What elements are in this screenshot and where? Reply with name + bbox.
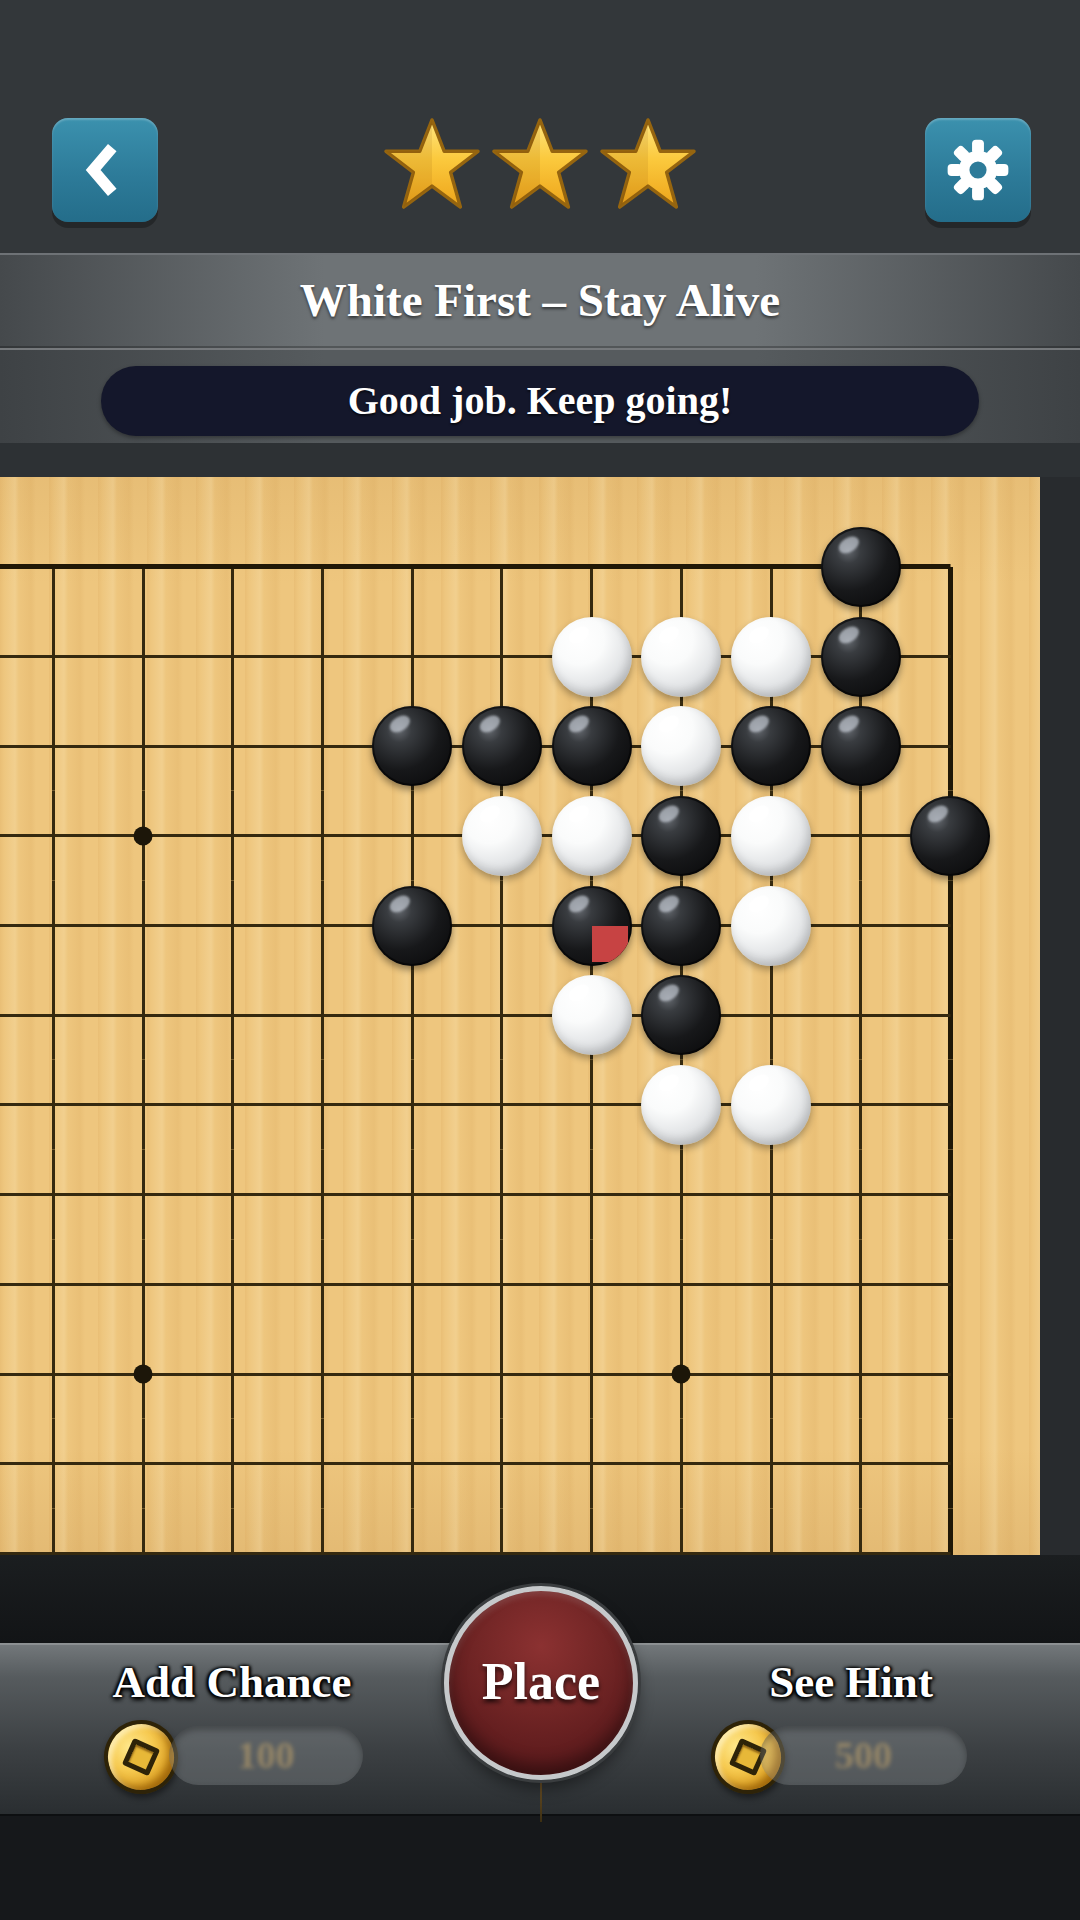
stars <box>382 117 698 211</box>
stone-shine <box>925 802 951 826</box>
board-intersection[interactable] <box>637 612 727 702</box>
board-intersection[interactable] <box>367 970 457 1060</box>
message-bar: Good job. Keep going! <box>0 348 1080 445</box>
board-intersection[interactable] <box>726 1509 816 1555</box>
board-intersection[interactable] <box>188 1240 278 1330</box>
board-intersection[interactable] <box>906 1150 996 1240</box>
board-intersection[interactable] <box>816 1329 906 1419</box>
board-intersection[interactable] <box>906 701 996 791</box>
message-text: Good job. Keep going! <box>101 366 979 436</box>
board-intersection[interactable] <box>726 881 816 971</box>
board-intersection[interactable] <box>367 1509 457 1555</box>
board-intersection[interactable] <box>547 970 637 1060</box>
board-intersection[interactable] <box>367 1060 457 1150</box>
board-intersection[interactable] <box>0 1419 9 1509</box>
black-stone <box>641 975 721 1055</box>
board-intersection[interactable] <box>906 970 996 1060</box>
board-intersection[interactable] <box>367 881 457 971</box>
board-intersection[interactable] <box>906 1509 996 1555</box>
board-intersection[interactable] <box>547 1509 637 1555</box>
board-intersection[interactable] <box>637 1419 727 1509</box>
board-intersection[interactable] <box>367 791 457 881</box>
board-intersection[interactable] <box>816 970 906 1060</box>
board-intersection[interactable] <box>637 970 727 1060</box>
board-intersection[interactable] <box>278 1060 368 1150</box>
board-intersection[interactable] <box>906 522 996 612</box>
stone-shine <box>835 713 861 737</box>
back-button[interactable] <box>52 118 158 222</box>
add-chance-cost: 100 <box>169 1726 363 1785</box>
board-intersection[interactable] <box>726 1419 816 1509</box>
board-intersection[interactable] <box>906 791 996 881</box>
gear-icon <box>945 137 1011 203</box>
board-top-gap <box>0 443 1080 477</box>
star-point-dot <box>672 1365 691 1384</box>
add-chance-button[interactable]: Add Chance 100 <box>60 1650 404 1810</box>
board-intersection[interactable] <box>547 701 637 791</box>
white-stone <box>552 796 632 876</box>
back-chevron-icon <box>72 137 138 203</box>
board-intersection[interactable] <box>457 1509 547 1555</box>
top-bar <box>0 0 1080 253</box>
board-intersection[interactable] <box>547 612 637 702</box>
board-intersection[interactable] <box>9 970 99 1060</box>
board-intersection[interactable] <box>98 701 188 791</box>
board-intersection[interactable] <box>9 1329 99 1419</box>
board-intersection[interactable] <box>188 970 278 1060</box>
black-stone <box>821 527 901 607</box>
last-move-marker <box>592 926 629 963</box>
board-intersection[interactable] <box>367 522 457 612</box>
board-intersection[interactable] <box>0 881 9 971</box>
board-intersection[interactable] <box>637 1240 727 1330</box>
board-intersection[interactable] <box>457 1419 547 1509</box>
board-intersection[interactable] <box>816 701 906 791</box>
board-intersection[interactable] <box>367 1419 457 1509</box>
board-intersection[interactable] <box>98 881 188 971</box>
board-intersection[interactable] <box>816 881 906 971</box>
board-intersection[interactable] <box>637 701 727 791</box>
stone-shine <box>387 892 413 916</box>
stone-shine <box>566 982 592 1006</box>
star-point-dot <box>134 1365 153 1384</box>
board-intersection[interactable] <box>0 1509 9 1555</box>
board-intersection[interactable] <box>98 970 188 1060</box>
board-intersection[interactable] <box>98 791 188 881</box>
white-stone <box>731 886 811 966</box>
white-stone <box>552 617 632 697</box>
board-intersection[interactable] <box>726 522 816 612</box>
board-intersection[interactable] <box>457 1060 547 1150</box>
black-stone <box>462 706 542 786</box>
board-intersection[interactable] <box>637 1150 727 1240</box>
board-intersection[interactable] <box>637 881 727 971</box>
board-intersection[interactable] <box>726 970 816 1060</box>
message-pill: Good job. Keep going! <box>101 366 979 436</box>
board-intersection[interactable] <box>457 701 547 791</box>
black-stone <box>641 796 721 876</box>
white-stone <box>462 796 542 876</box>
board-intersection[interactable] <box>278 881 368 971</box>
board-intersection[interactable] <box>278 1509 368 1555</box>
board-intersection[interactable] <box>188 881 278 971</box>
white-stone <box>731 1065 811 1145</box>
stone-shine <box>746 1072 772 1096</box>
stone-shine <box>566 892 592 916</box>
stone-shine <box>656 892 682 916</box>
board-intersection[interactable] <box>188 522 278 612</box>
board-intersection[interactable] <box>9 701 99 791</box>
see-hint-label: See Hint <box>679 1656 1023 1708</box>
board-intersection[interactable] <box>547 791 637 881</box>
board-intersection[interactable] <box>457 612 547 702</box>
stone-shine <box>835 533 861 557</box>
board-intersection[interactable] <box>188 612 278 702</box>
stone-shine <box>387 713 413 737</box>
go-board <box>0 477 1080 1555</box>
board-intersection[interactable] <box>637 1329 727 1419</box>
board-intersection[interactable] <box>9 1509 99 1555</box>
board-intersection[interactable] <box>906 1419 996 1509</box>
white-stone <box>731 617 811 697</box>
board-intersection[interactable] <box>278 1150 368 1240</box>
board-intersection[interactable] <box>726 1150 816 1240</box>
white-stone <box>731 796 811 876</box>
board-intersection[interactable] <box>906 1329 996 1419</box>
board-intersection[interactable] <box>367 1150 457 1240</box>
white-stone <box>641 1065 721 1145</box>
title-bar: White First – Stay Alive <box>0 253 1080 348</box>
board-intersection[interactable] <box>278 1419 368 1509</box>
board-intersection[interactable] <box>816 791 906 881</box>
black-stone <box>910 796 990 876</box>
star-icon <box>382 117 482 211</box>
board-intersection[interactable] <box>457 970 547 1060</box>
board-intersection[interactable] <box>0 612 9 702</box>
app-screen: White First – Stay Alive Good job. Keep … <box>0 0 1080 1920</box>
see-hint-button[interactable]: See Hint 500 <box>679 1650 1023 1810</box>
black-stone <box>641 886 721 966</box>
board-intersection[interactable] <box>547 1240 637 1330</box>
board-intersection[interactable] <box>457 1240 547 1330</box>
stone-shine <box>656 623 682 647</box>
white-stone <box>641 706 721 786</box>
black-stone <box>821 706 901 786</box>
board-intersection[interactable] <box>726 612 816 702</box>
board-intersection[interactable] <box>9 522 99 612</box>
board-intersection[interactable] <box>0 522 9 612</box>
board-intersection[interactable] <box>188 791 278 881</box>
board-intersection[interactable] <box>98 1150 188 1240</box>
stone-shine <box>746 713 772 737</box>
board-intersection[interactable] <box>816 612 906 702</box>
board-intersection[interactable] <box>278 1240 368 1330</box>
board-intersection[interactable] <box>0 1060 9 1150</box>
see-hint-cost-pill: 500 <box>760 1726 967 1785</box>
see-hint-cost: 500 <box>760 1726 967 1785</box>
board-intersection[interactable] <box>9 881 99 971</box>
board-intersection[interactable] <box>188 1509 278 1555</box>
board-intersection[interactable] <box>816 1509 906 1555</box>
add-chance-label: Add Chance <box>60 1656 404 1708</box>
board-intersection[interactable] <box>547 1150 637 1240</box>
board-intersection[interactable] <box>726 1240 816 1330</box>
board-intersection[interactable] <box>188 1150 278 1240</box>
board-intersection[interactable] <box>367 612 457 702</box>
board-intersection[interactable] <box>9 1060 99 1150</box>
stone-shine <box>477 802 503 826</box>
board-intersection[interactable] <box>367 1240 457 1330</box>
white-stone <box>552 975 632 1055</box>
board-intersection[interactable] <box>726 701 816 791</box>
add-chance-cost-pill: 100 <box>169 1726 363 1785</box>
board-intersection[interactable] <box>278 791 368 881</box>
board-intersection[interactable] <box>9 1240 99 1330</box>
white-stone <box>641 617 721 697</box>
stone-shine <box>835 623 861 647</box>
black-stone <box>552 706 632 786</box>
stone-shine <box>746 623 772 647</box>
board-intersection[interactable] <box>98 1509 188 1555</box>
stone-shine <box>656 982 682 1006</box>
bottom-strip <box>0 1814 1080 1920</box>
board-intersection[interactable] <box>816 1240 906 1330</box>
black-stone <box>372 886 452 966</box>
board-intersection[interactable] <box>0 1240 9 1330</box>
stone-shine <box>746 802 772 826</box>
board-intersection[interactable] <box>278 612 368 702</box>
board-intersection[interactable] <box>0 1150 9 1240</box>
board-intersection[interactable] <box>906 612 996 702</box>
stone-shine <box>656 713 682 737</box>
board-intersection[interactable] <box>637 1509 727 1555</box>
board-intersection[interactable] <box>457 522 547 612</box>
place-button[interactable]: Place <box>444 1586 638 1780</box>
board-intersection[interactable] <box>98 522 188 612</box>
stone-shine <box>566 713 592 737</box>
board-intersection[interactable] <box>547 881 637 971</box>
board-intersection[interactable] <box>726 791 816 881</box>
star-icon <box>490 117 590 211</box>
stone-shine <box>656 802 682 826</box>
board-intersection[interactable] <box>547 1329 637 1419</box>
board-intersection[interactable] <box>98 612 188 702</box>
board-intersection[interactable] <box>367 701 457 791</box>
stone-shine <box>566 623 592 647</box>
board-intersection[interactable] <box>547 1419 637 1509</box>
board-intersection[interactable] <box>816 1150 906 1240</box>
black-stone <box>372 706 452 786</box>
black-stone <box>552 886 632 966</box>
board-intersection[interactable] <box>9 791 99 881</box>
board-intersection[interactable] <box>188 1419 278 1509</box>
board-intersection[interactable] <box>816 1060 906 1150</box>
board-intersection[interactable] <box>457 1329 547 1419</box>
board-intersection[interactable] <box>816 1419 906 1509</box>
board-intersection[interactable] <box>188 1060 278 1150</box>
board-intersection[interactable] <box>0 1329 9 1419</box>
stone-shine <box>477 713 503 737</box>
board-intersection[interactable] <box>816 522 906 612</box>
board-intersection[interactable] <box>726 1060 816 1150</box>
board-intersection[interactable] <box>98 1329 188 1419</box>
board-intersection[interactable] <box>547 522 637 612</box>
board-intersection[interactable] <box>278 1329 368 1419</box>
board-intersection[interactable] <box>0 970 9 1060</box>
board-intersection[interactable] <box>9 1419 99 1509</box>
board-wood <box>0 477 1040 1555</box>
board-intersection[interactable] <box>9 1150 99 1240</box>
board-intersection[interactable] <box>367 1329 457 1419</box>
board-intersection[interactable] <box>906 1060 996 1150</box>
black-stone <box>731 706 811 786</box>
place-label: Place <box>449 1591 633 1773</box>
board-intersection[interactable] <box>0 791 9 881</box>
board-intersection[interactable] <box>0 701 9 791</box>
board-intersection[interactable] <box>637 1060 727 1150</box>
board-intersection[interactable] <box>188 701 278 791</box>
stone-shine <box>566 802 592 826</box>
board-intersection[interactable] <box>906 1240 996 1330</box>
star-point-dot <box>134 826 153 845</box>
stone-shine <box>746 892 772 916</box>
board-intersection[interactable] <box>637 791 727 881</box>
star-icon <box>598 117 698 211</box>
page-title: White First – Stay Alive <box>0 255 1080 346</box>
board-intersection[interactable] <box>726 1329 816 1419</box>
board-intersection[interactable] <box>547 1060 637 1150</box>
board-intersection[interactable] <box>278 522 368 612</box>
settings-button[interactable] <box>925 118 1031 222</box>
board-intersection[interactable] <box>457 881 547 971</box>
board-intersection[interactable] <box>98 1419 188 1509</box>
board-intersection[interactable] <box>98 1240 188 1330</box>
board-intersection[interactable] <box>188 1329 278 1419</box>
board-intersection[interactable] <box>457 1150 547 1240</box>
board-intersection[interactable] <box>906 881 996 971</box>
board-intersection[interactable] <box>278 701 368 791</box>
black-stone <box>821 617 901 697</box>
board-intersection[interactable] <box>457 791 547 881</box>
board-intersection[interactable] <box>9 612 99 702</box>
board-intersection[interactable] <box>98 1060 188 1150</box>
board-intersection[interactable] <box>278 970 368 1060</box>
board-intersection[interactable] <box>637 522 727 612</box>
stone-shine <box>656 1072 682 1096</box>
go-board-grid <box>0 522 995 1555</box>
